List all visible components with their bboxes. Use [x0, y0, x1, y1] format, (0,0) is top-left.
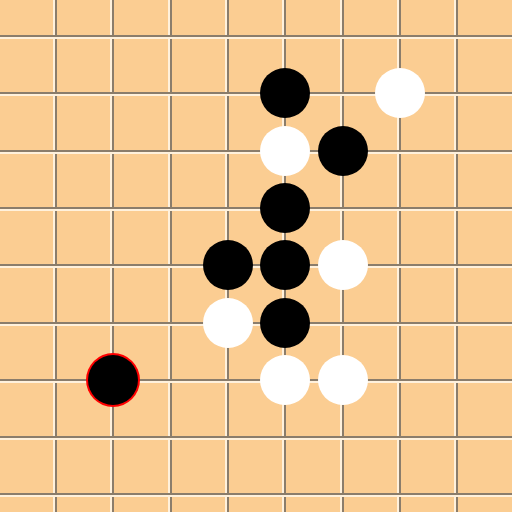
white-stone	[203, 298, 253, 348]
white-stone	[260, 126, 310, 176]
grid-horizontal-line	[0, 436, 512, 440]
white-stone	[318, 355, 368, 405]
grid-vertical-line	[53, 0, 57, 512]
grid-horizontal-line	[0, 35, 512, 39]
black-stone	[260, 68, 310, 118]
black-stone-last-move	[88, 355, 138, 405]
grid-horizontal-line	[0, 322, 512, 326]
grid-horizontal-line	[0, 92, 512, 96]
white-stone	[318, 240, 368, 290]
black-stone	[318, 126, 368, 176]
grid-horizontal-line	[0, 207, 512, 211]
black-stone	[203, 240, 253, 290]
black-stone	[260, 298, 310, 348]
black-stone	[260, 240, 310, 290]
black-stone	[260, 183, 310, 233]
grid-horizontal-line	[0, 150, 512, 154]
white-stone	[260, 355, 310, 405]
grid-horizontal-line	[0, 493, 512, 497]
go-board[interactable]	[0, 0, 512, 512]
grid-vertical-line	[110, 0, 114, 512]
white-stone	[375, 68, 425, 118]
grid-horizontal-line	[0, 264, 512, 268]
grid-horizontal-line	[0, 379, 512, 383]
grid-vertical-line	[168, 0, 172, 512]
grid-vertical-line	[454, 0, 458, 512]
